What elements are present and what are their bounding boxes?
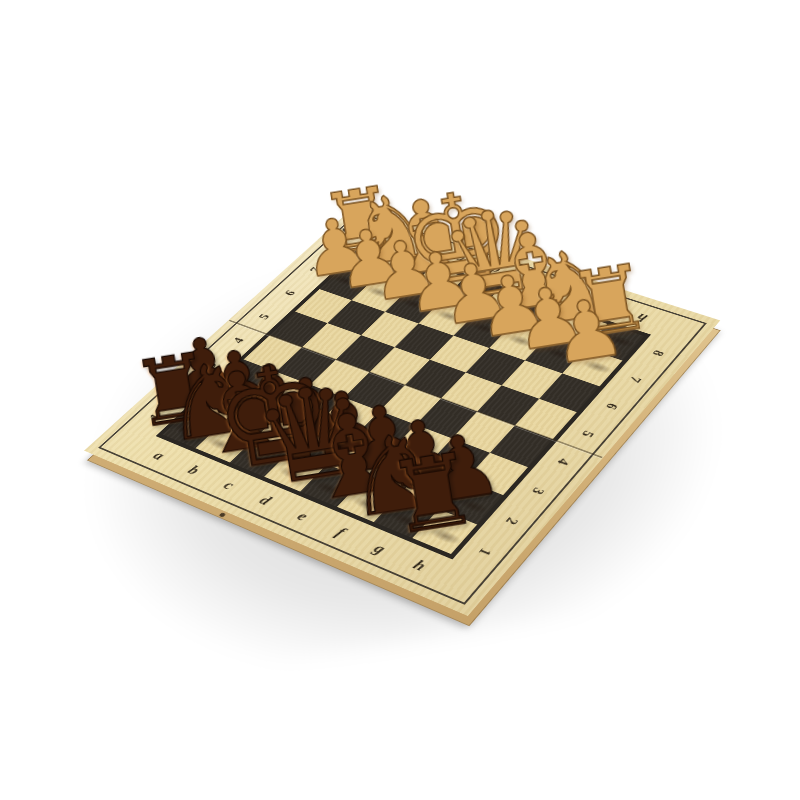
rank-label-right-1: 1 [475,546,493,557]
square-h6[interactable] [539,373,600,412]
rank-label-right-5: 5 [579,429,597,439]
file-label-near-h: h [410,557,429,573]
nail-icon [219,513,226,518]
rank-label-right-7: 7 [626,375,643,384]
rook-glyph: ♜ [380,429,485,557]
photo-stage: aabbccddeeffgghh1122334455667788 ♜♞♝♚♛♝♞… [0,0,800,800]
rank-label-right-6: 6 [603,401,620,410]
pawn-glyph: ♟ [544,279,630,383]
rank-label-right-4: 4 [554,457,572,467]
